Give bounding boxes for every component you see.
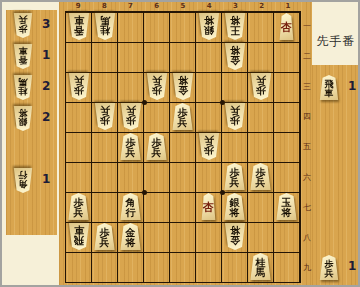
turn-indicator: 先手番 bbox=[311, 33, 360, 50]
piece-kanji: 歩兵 bbox=[325, 260, 334, 278]
file-label-6: 6 bbox=[144, 2, 170, 11]
file-label-3: 3 bbox=[222, 2, 248, 11]
piece-face: 角行 bbox=[13, 168, 33, 193]
piece-face: 銀将 bbox=[224, 193, 246, 220]
rank-label-3: 三 bbox=[302, 71, 312, 101]
piece-2六[interactable]: 歩兵 bbox=[250, 163, 272, 190]
piece-kanji: 歩兵 bbox=[230, 106, 240, 126]
shogi-board-grid[interactable]: 香車桂馬銀将王将杏金将歩兵歩兵金将歩兵歩兵歩兵歩兵歩兵歩兵歩兵歩兵歩兵歩兵歩兵角… bbox=[65, 11, 301, 283]
piece-kanji: 歩兵 bbox=[74, 198, 84, 218]
rank-label-4: 四 bbox=[302, 102, 312, 132]
piece-3八[interactable]: 金将 bbox=[224, 223, 246, 250]
piece-3六[interactable]: 歩兵 bbox=[224, 163, 246, 190]
piece-kanji: 歩兵 bbox=[152, 76, 162, 96]
piece-kanji: 王将 bbox=[230, 16, 240, 36]
piece-kanji: 歩兵 bbox=[126, 106, 136, 126]
piece-kanji: 角行 bbox=[19, 171, 28, 189]
piece-kanji: 歩兵 bbox=[74, 76, 84, 96]
rank-label-5: 五 bbox=[302, 132, 312, 162]
piece-face: 歩兵 bbox=[120, 103, 142, 130]
piece-kanji: 歩兵 bbox=[178, 108, 188, 128]
piece-face: 金将 bbox=[224, 223, 246, 250]
rank-coordinates: 一二三四五六七八九 bbox=[302, 11, 312, 283]
piece-9七[interactable]: 歩兵 bbox=[68, 193, 90, 220]
piece-kanji: 歩兵 bbox=[19, 16, 28, 34]
piece-face: 飛車 bbox=[319, 75, 339, 100]
file-label-5: 5 bbox=[170, 2, 196, 11]
piece-face: 歩兵 bbox=[146, 133, 168, 160]
piece-9八[interactable]: 飛車 bbox=[68, 223, 90, 250]
piece-face: 香車 bbox=[13, 44, 33, 69]
piece-4一[interactable]: 銀将 bbox=[198, 13, 220, 40]
shogi-app-window: { "game": "shogi", "position": { "sfen":… bbox=[0, 0, 360, 287]
piece-face: 杏 bbox=[279, 13, 294, 40]
piece-face: 歩兵 bbox=[224, 163, 246, 190]
hoshi-point bbox=[142, 190, 147, 195]
piece-2九[interactable]: 桂馬 bbox=[250, 253, 272, 280]
piece-kanji: 香車 bbox=[19, 47, 28, 65]
file-label-4: 4 bbox=[196, 2, 222, 11]
piece-face: 歩兵 bbox=[120, 133, 142, 160]
piece-kanji: 銀将 bbox=[19, 109, 28, 127]
rank-label-6: 六 bbox=[302, 162, 312, 192]
piece-face: 歩兵 bbox=[198, 133, 220, 160]
piece-face: 歩兵 bbox=[172, 103, 194, 130]
piece-7五[interactable]: 歩兵 bbox=[120, 133, 142, 160]
hand-count-桂馬: 2 bbox=[42, 79, 50, 93]
piece-4五[interactable]: 歩兵 bbox=[198, 133, 220, 160]
piece-face: 歩兵 bbox=[13, 13, 33, 38]
piece-face: 歩兵 bbox=[250, 163, 272, 190]
piece-face: 金将 bbox=[120, 223, 142, 250]
piece-5三[interactable]: 金将 bbox=[172, 73, 194, 100]
hoshi-point bbox=[142, 100, 147, 105]
piece-face: 金将 bbox=[172, 73, 194, 100]
piece-kanji: 飛車 bbox=[325, 80, 334, 98]
piece-face: 桂馬 bbox=[13, 75, 33, 100]
hand-count-角行: 1 bbox=[42, 172, 50, 186]
hand-count-銀将: 2 bbox=[42, 110, 50, 124]
piece-kanji: 桂馬 bbox=[19, 78, 28, 96]
piece-1七[interactable]: 玉将 bbox=[276, 193, 298, 220]
hand-piece-桂馬[interactable]: 桂馬 bbox=[13, 75, 33, 100]
piece-kanji: 銀将 bbox=[230, 198, 240, 218]
piece-face: 王将 bbox=[224, 13, 246, 40]
gote-hand-tray: 歩兵3香車1桂馬2銀将2角行1 bbox=[6, 10, 57, 235]
piece-7八[interactable]: 金将 bbox=[120, 223, 142, 250]
piece-face: 歩兵 bbox=[68, 73, 90, 100]
piece-8一[interactable]: 桂馬 bbox=[94, 13, 116, 40]
piece-kanji: 角行 bbox=[126, 198, 136, 218]
file-coordinates: 987654321 bbox=[65, 2, 301, 11]
piece-face: 歩兵 bbox=[94, 103, 116, 130]
piece-kanji: 歩兵 bbox=[100, 228, 110, 248]
piece-kanji: 歩兵 bbox=[204, 136, 214, 156]
piece-3四[interactable]: 歩兵 bbox=[224, 103, 246, 130]
piece-kanji: 飛車 bbox=[74, 226, 84, 246]
piece-kanji: 香車 bbox=[74, 16, 84, 36]
piece-kanji: 金将 bbox=[230, 46, 240, 66]
piece-face: 銀将 bbox=[198, 13, 220, 40]
hand-count-飛車: 1 bbox=[348, 79, 356, 93]
file-label-1: 1 bbox=[275, 2, 301, 11]
piece-6三[interactable]: 歩兵 bbox=[146, 73, 168, 100]
piece-kanji: 金将 bbox=[178, 76, 188, 96]
piece-face: 歩兵 bbox=[146, 73, 168, 100]
piece-kanji: 桂馬 bbox=[100, 16, 110, 36]
piece-8八[interactable]: 歩兵 bbox=[94, 223, 116, 250]
piece-face: 角行 bbox=[120, 193, 142, 220]
board-area: 987654321 一二三四五六七八九 香車桂馬銀将王将杏金将歩兵歩兵金将歩兵歩… bbox=[59, 2, 312, 287]
piece-kanji: 金将 bbox=[230, 226, 240, 246]
piece-kanji: 銀将 bbox=[204, 16, 214, 36]
piece-kanji: 桂馬 bbox=[256, 258, 266, 278]
file-label-9: 9 bbox=[65, 2, 91, 11]
piece-8四[interactable]: 歩兵 bbox=[94, 103, 116, 130]
file-label-8: 8 bbox=[91, 2, 117, 11]
piece-4七[interactable]: 杏 bbox=[201, 193, 216, 220]
piece-kanji: 玉将 bbox=[282, 198, 292, 218]
rank-label-8: 八 bbox=[302, 223, 312, 253]
piece-kanji: 歩兵 bbox=[100, 106, 110, 126]
file-label-2: 2 bbox=[249, 2, 275, 11]
piece-face: 桂馬 bbox=[94, 13, 116, 40]
hand-piece-歩兵[interactable]: 歩兵 bbox=[13, 13, 33, 38]
rank-label-9: 九 bbox=[302, 253, 312, 283]
hand-count-歩兵: 1 bbox=[348, 259, 356, 273]
piece-kanji: 歩兵 bbox=[256, 76, 266, 96]
piece-face: 歩兵 bbox=[250, 73, 272, 100]
piece-5四[interactable]: 歩兵 bbox=[172, 103, 194, 130]
piece-1一[interactable]: 杏 bbox=[279, 13, 294, 40]
piece-face: 歩兵 bbox=[68, 193, 90, 220]
piece-9三[interactable]: 歩兵 bbox=[68, 73, 90, 100]
piece-face: 歩兵 bbox=[319, 255, 339, 280]
piece-face: 杏 bbox=[201, 193, 216, 220]
piece-3一[interactable]: 王将 bbox=[224, 13, 246, 40]
piece-2三[interactable]: 歩兵 bbox=[250, 73, 272, 100]
piece-6五[interactable]: 歩兵 bbox=[146, 133, 168, 160]
hand-count-香車: 1 bbox=[42, 48, 50, 62]
hand-piece-香車[interactable]: 香車 bbox=[13, 44, 33, 69]
piece-3二[interactable]: 金将 bbox=[224, 43, 246, 70]
hand-piece-飛車[interactable]: 飛車 bbox=[319, 75, 339, 100]
hand-count-歩兵: 3 bbox=[42, 17, 50, 31]
piece-kanji: 歩兵 bbox=[256, 168, 266, 188]
piece-face: 香車 bbox=[68, 13, 90, 40]
sente-hand-tray: 飛車1歩兵1 bbox=[312, 65, 359, 286]
piece-face: 玉将 bbox=[276, 193, 298, 220]
hand-piece-角行[interactable]: 角行 bbox=[13, 168, 33, 193]
piece-kanji: 杏 bbox=[281, 22, 292, 33]
rank-label-7: 七 bbox=[302, 192, 312, 222]
piece-face: 歩兵 bbox=[224, 103, 246, 130]
piece-face: 歩兵 bbox=[94, 223, 116, 250]
piece-kanji: 杏 bbox=[203, 202, 214, 213]
piece-face: 飛車 bbox=[68, 223, 90, 250]
piece-kanji: 歩兵 bbox=[126, 138, 136, 158]
piece-face: 金将 bbox=[224, 43, 246, 70]
piece-9一[interactable]: 香車 bbox=[68, 13, 90, 40]
piece-face: 桂馬 bbox=[250, 253, 272, 280]
piece-7四[interactable]: 歩兵 bbox=[120, 103, 142, 130]
piece-3七[interactable]: 銀将 bbox=[224, 193, 246, 220]
piece-kanji: 歩兵 bbox=[230, 168, 240, 188]
piece-face: 銀将 bbox=[13, 106, 33, 131]
piece-kanji: 金将 bbox=[126, 228, 136, 248]
piece-7七[interactable]: 角行 bbox=[120, 193, 142, 220]
hand-piece-銀将[interactable]: 銀将 bbox=[13, 106, 33, 131]
file-label-7: 7 bbox=[117, 2, 143, 11]
hand-piece-歩兵[interactable]: 歩兵 bbox=[319, 255, 339, 280]
piece-kanji: 歩兵 bbox=[152, 138, 162, 158]
